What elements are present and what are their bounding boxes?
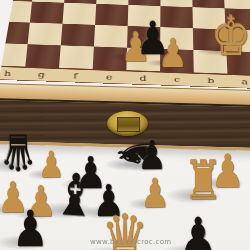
piece-white-pawn: ♟ <box>140 173 169 213</box>
piece-black-pawn: ♟ <box>137 135 166 175</box>
piece-black-queen-overturned: ♛ <box>0 127 37 177</box>
file-label-b: b <box>194 72 228 87</box>
piece-black-pawn: ♟ <box>12 204 49 250</box>
board-piece-white-king-a7: ♚ <box>211 10 250 64</box>
piece-black-pawn: ♟ <box>178 211 218 250</box>
file-label-g: g <box>24 67 59 82</box>
square-f8 <box>59 45 94 69</box>
square-f6 <box>62 3 96 25</box>
file-label-d: d <box>126 70 160 85</box>
square-g8 <box>25 44 60 68</box>
piece-white-pawn: ♟ <box>211 148 245 194</box>
latch-slot <box>117 117 140 132</box>
file-label-h: h <box>0 65 25 80</box>
file-label-f: f <box>58 68 93 83</box>
file-label-a: a <box>227 74 250 89</box>
file-label-e: e <box>92 69 126 84</box>
watermark: www.bec-et-croc.com <box>90 238 171 246</box>
chess-set-photo: 12345678hgfedcba ♟♟♟♚♛♟♟♟♟♝♟♟♛♞♟♟♜♟♟ www… <box>0 0 250 250</box>
square-g7 <box>28 23 63 46</box>
board-piece-white-pawn-c7: ♟ <box>158 33 187 73</box>
square-g6 <box>30 2 64 24</box>
square-e6 <box>95 4 128 26</box>
square-f7 <box>61 24 95 47</box>
